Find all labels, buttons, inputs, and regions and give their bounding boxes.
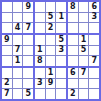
box-7: 275 <box>2 68 33 99</box>
empty-cell-r4c2[interactable] <box>13 35 23 45</box>
empty-cell-r3c8[interactable] <box>79 23 89 33</box>
given-cell-r8c1: 2 <box>2 79 12 89</box>
given-cell-r6c2: 1 <box>13 56 23 66</box>
empty-cell-r9c6[interactable] <box>56 89 66 99</box>
empty-cell-r2c1[interactable] <box>2 13 12 23</box>
box-4: 971 <box>2 35 33 66</box>
box-1: 947 <box>2 2 33 33</box>
empty-cell-r4c4[interactable] <box>35 35 45 45</box>
empty-cell-r2c2[interactable] <box>13 13 23 23</box>
empty-cell-r9c2[interactable] <box>13 89 23 99</box>
empty-cell-r5c5[interactable] <box>46 46 56 56</box>
given-cell-r7c8: 7 <box>79 68 89 78</box>
given-cell-r1c9: 6 <box>89 2 99 12</box>
given-cell-r5c8: 5 <box>79 46 89 56</box>
box-9: 672 <box>68 68 99 99</box>
given-cell-r3c2: 4 <box>13 23 23 33</box>
given-cell-r7c5: 1 <box>46 68 56 78</box>
empty-cell-r3c9[interactable] <box>89 23 99 33</box>
empty-cell-r3c1[interactable] <box>2 23 12 33</box>
given-cell-r8c5: 9 <box>46 79 56 89</box>
empty-cell-r7c2[interactable] <box>13 68 23 78</box>
empty-cell-r6c7[interactable] <box>68 56 78 66</box>
given-cell-r4c1: 9 <box>2 35 12 45</box>
box-8: 139 <box>35 68 66 99</box>
empty-cell-r8c3[interactable] <box>23 79 33 89</box>
empty-cell-r2c7[interactable] <box>68 13 78 23</box>
given-cell-r4c6: 5 <box>56 35 66 45</box>
empty-cell-r7c9[interactable] <box>89 68 99 78</box>
sudoku-board: 9475128639715138157275139672 <box>0 0 101 101</box>
empty-cell-r1c8[interactable] <box>79 2 89 12</box>
empty-cell-r8c6[interactable] <box>56 79 66 89</box>
given-cell-r6c4: 8 <box>35 56 45 66</box>
given-cell-r5c4: 1 <box>35 46 45 56</box>
empty-cell-r7c4[interactable] <box>35 68 45 78</box>
empty-cell-r9c5[interactable] <box>46 89 56 99</box>
given-cell-r8c4: 3 <box>35 79 45 89</box>
empty-cell-r1c2[interactable] <box>13 2 23 12</box>
box-2: 512 <box>35 2 66 33</box>
given-cell-r4c8: 1 <box>79 35 89 45</box>
empty-cell-r9c4[interactable] <box>35 89 45 99</box>
empty-cell-r6c8[interactable] <box>79 56 89 66</box>
given-cell-r2c9: 3 <box>89 13 99 23</box>
empty-cell-r1c5[interactable] <box>46 2 56 12</box>
given-cell-r3c3: 7 <box>23 23 33 33</box>
given-cell-r6c9: 7 <box>89 56 99 66</box>
empty-cell-r2c4[interactable] <box>35 13 45 23</box>
empty-cell-r9c9[interactable] <box>89 89 99 99</box>
empty-cell-r6c6[interactable] <box>56 56 66 66</box>
given-cell-r9c1: 7 <box>2 89 12 99</box>
empty-cell-r7c1[interactable] <box>2 68 12 78</box>
given-cell-r5c2: 7 <box>13 46 23 56</box>
empty-cell-r7c6[interactable] <box>56 68 66 78</box>
given-cell-r1c3: 9 <box>23 2 33 12</box>
given-cell-r2c6: 1 <box>56 13 66 23</box>
empty-cell-r4c3[interactable] <box>23 35 33 45</box>
empty-cell-r8c7[interactable] <box>68 79 78 89</box>
empty-cell-r5c7[interactable] <box>68 46 78 56</box>
empty-cell-r2c3[interactable] <box>23 13 33 23</box>
empty-cell-r1c6[interactable] <box>56 2 66 12</box>
empty-cell-r6c1[interactable] <box>2 56 12 66</box>
empty-cell-r5c9[interactable] <box>89 46 99 56</box>
given-cell-r9c7: 2 <box>68 89 78 99</box>
given-cell-r5c6: 3 <box>56 46 66 56</box>
empty-cell-r8c9[interactable] <box>89 79 99 89</box>
empty-cell-r1c1[interactable] <box>2 2 12 12</box>
empty-cell-r9c8[interactable] <box>79 89 89 99</box>
given-cell-r3c5: 2 <box>46 23 56 33</box>
empty-cell-r8c8[interactable] <box>79 79 89 89</box>
empty-cell-r3c7[interactable] <box>68 23 78 33</box>
empty-cell-r3c4[interactable] <box>35 23 45 33</box>
empty-cell-r5c3[interactable] <box>23 46 33 56</box>
box-5: 5138 <box>35 35 66 66</box>
empty-cell-r4c5[interactable] <box>46 35 56 45</box>
empty-cell-r1c4[interactable] <box>35 2 45 12</box>
empty-cell-r6c5[interactable] <box>46 56 56 66</box>
given-cell-r7c7: 6 <box>68 68 78 78</box>
given-cell-r1c7: 8 <box>68 2 78 12</box>
empty-cell-r3c6[interactable] <box>56 23 66 33</box>
empty-cell-r2c8[interactable] <box>79 13 89 23</box>
empty-cell-r8c2[interactable] <box>13 79 23 89</box>
given-cell-r9c3: 5 <box>23 89 33 99</box>
given-cell-r2c5: 5 <box>46 13 56 23</box>
box-6: 157 <box>68 35 99 66</box>
empty-cell-r5c1[interactable] <box>2 46 12 56</box>
box-3: 863 <box>68 2 99 33</box>
empty-cell-r4c9[interactable] <box>89 35 99 45</box>
empty-cell-r7c3[interactable] <box>23 68 33 78</box>
empty-cell-r6c3[interactable] <box>23 56 33 66</box>
empty-cell-r4c7[interactable] <box>68 35 78 45</box>
